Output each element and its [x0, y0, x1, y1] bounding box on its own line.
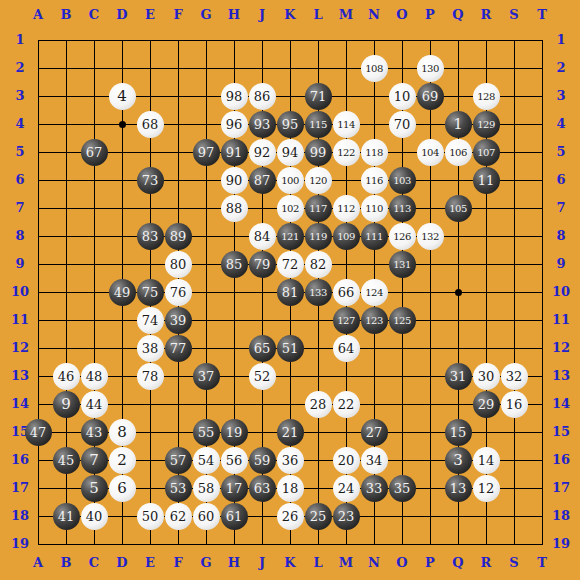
stone-J8-move-84: 84 [249, 223, 276, 250]
row-label-right-4: 4 [547, 116, 575, 132]
stone-O6-move-103: 103 [389, 167, 416, 194]
row-label-left-1: 1 [6, 32, 34, 48]
stone-A15-move-47: 47 [25, 419, 52, 446]
stone-N10-move-124: 124 [361, 279, 388, 306]
stone-B14-move-9: 9 [53, 391, 80, 418]
stone-N15-move-27: 27 [361, 419, 388, 446]
col-label-top-B: B [52, 7, 80, 23]
col-label-top-H: H [220, 7, 248, 23]
col-label-top-T: T [528, 7, 556, 23]
row-label-left-5: 5 [6, 144, 34, 160]
col-label-bottom-A: A [24, 555, 52, 571]
row-label-left-14: 14 [6, 396, 34, 412]
row-label-right-13: 13 [547, 368, 575, 384]
stone-G15-move-55: 55 [193, 419, 220, 446]
col-label-bottom-S: S [500, 555, 528, 571]
stone-J16-move-59: 59 [249, 447, 276, 474]
stone-N8-move-111: 111 [361, 223, 388, 250]
stone-K12-move-51: 51 [277, 335, 304, 362]
stone-J13-move-52: 52 [249, 363, 276, 390]
row-label-right-15: 15 [547, 424, 575, 440]
stone-G5-move-97: 97 [193, 139, 220, 166]
stone-B18-move-41: 41 [53, 503, 80, 530]
stone-K6-move-100: 100 [277, 167, 304, 194]
row-label-right-16: 16 [547, 452, 575, 468]
stone-E12-move-38: 38 [137, 335, 164, 362]
stone-F10-move-76: 76 [165, 279, 192, 306]
stone-M16-move-20: 20 [333, 447, 360, 474]
stone-F16-move-57: 57 [165, 447, 192, 474]
col-label-bottom-F: F [164, 555, 192, 571]
row-label-right-3: 3 [547, 88, 575, 104]
row-label-right-2: 2 [547, 60, 575, 76]
stone-C15-move-43: 43 [81, 419, 108, 446]
stone-G16-move-54: 54 [193, 447, 220, 474]
stone-J12-move-65: 65 [249, 335, 276, 362]
stone-Q4-move-1: 1 [445, 111, 472, 138]
row-label-right-6: 6 [547, 172, 575, 188]
stone-L10-move-133: 133 [305, 279, 332, 306]
row-label-right-11: 11 [547, 312, 575, 328]
row-label-right-12: 12 [547, 340, 575, 356]
stone-N17-move-33: 33 [361, 475, 388, 502]
stone-O4-move-70: 70 [389, 111, 416, 138]
stone-H16-move-56: 56 [221, 447, 248, 474]
stone-P5-move-104: 104 [417, 139, 444, 166]
stone-R3-move-128: 128 [473, 83, 500, 110]
stone-F8-move-89: 89 [165, 223, 192, 250]
stone-H9-move-85: 85 [221, 251, 248, 278]
stone-E18-move-50: 50 [137, 503, 164, 530]
stone-R14-move-29: 29 [473, 391, 500, 418]
stone-M8-move-109: 109 [333, 223, 360, 250]
stone-M10-move-66: 66 [333, 279, 360, 306]
stone-M4-move-114: 114 [333, 111, 360, 138]
stone-M17-move-24: 24 [333, 475, 360, 502]
stone-K5-move-94: 94 [277, 139, 304, 166]
stone-K9-move-72: 72 [277, 251, 304, 278]
stone-M14-move-22: 22 [333, 391, 360, 418]
stone-E8-move-83: 83 [137, 223, 164, 250]
stone-L5-move-99: 99 [305, 139, 332, 166]
row-label-right-1: 1 [547, 32, 575, 48]
stone-K15-move-21: 21 [277, 419, 304, 446]
stone-M12-move-64: 64 [333, 335, 360, 362]
stone-Q16-move-3: 3 [445, 447, 472, 474]
stone-G13-move-37: 37 [193, 363, 220, 390]
stone-H7-move-88: 88 [221, 195, 248, 222]
star-point-Q10 [455, 289, 462, 296]
stone-M5-move-122: 122 [333, 139, 360, 166]
stone-K4-move-95: 95 [277, 111, 304, 138]
col-label-bottom-E: E [136, 555, 164, 571]
stone-Q17-move-13: 13 [445, 475, 472, 502]
col-label-top-G: G [192, 7, 220, 23]
stone-J3-move-86: 86 [249, 83, 276, 110]
col-label-top-M: M [332, 7, 360, 23]
stone-B13-move-46: 46 [53, 363, 80, 390]
col-label-top-P: P [416, 7, 444, 23]
stone-P2-move-130: 130 [417, 55, 444, 82]
col-label-bottom-H: H [220, 555, 248, 571]
row-label-left-3: 3 [6, 88, 34, 104]
star-point-D4 [119, 121, 126, 128]
stone-M18-move-23: 23 [333, 503, 360, 530]
stone-H18-move-61: 61 [221, 503, 248, 530]
stone-F9-move-80: 80 [165, 251, 192, 278]
stone-H4-move-96: 96 [221, 111, 248, 138]
col-label-top-J: J [248, 7, 276, 23]
stone-O3-move-10: 10 [389, 83, 416, 110]
stone-O8-move-126: 126 [389, 223, 416, 250]
stone-E4-move-68: 68 [137, 111, 164, 138]
col-label-bottom-L: L [304, 555, 332, 571]
row-label-right-14: 14 [547, 396, 575, 412]
row-label-left-7: 7 [6, 200, 34, 216]
col-label-bottom-T: T [528, 555, 556, 571]
stone-N5-move-118: 118 [361, 139, 388, 166]
stone-K17-move-18: 18 [277, 475, 304, 502]
row-label-left-2: 2 [6, 60, 34, 76]
stone-L9-move-82: 82 [305, 251, 332, 278]
col-label-top-A: A [24, 7, 52, 23]
stone-O7-move-113: 113 [389, 195, 416, 222]
col-label-bottom-N: N [360, 555, 388, 571]
row-label-right-5: 5 [547, 144, 575, 160]
stone-N11-move-123: 123 [361, 307, 388, 334]
stone-Q15-move-15: 15 [445, 419, 472, 446]
stone-C18-move-40: 40 [81, 503, 108, 530]
stone-G18-move-60: 60 [193, 503, 220, 530]
stone-O17-move-35: 35 [389, 475, 416, 502]
stone-L6-move-120: 120 [305, 167, 332, 194]
row-label-right-8: 8 [547, 228, 575, 244]
stone-L3-move-71: 71 [305, 83, 332, 110]
col-label-bottom-Q: Q [444, 555, 472, 571]
stone-H15-move-19: 19 [221, 419, 248, 446]
col-label-top-R: R [472, 7, 500, 23]
col-label-bottom-C: C [80, 555, 108, 571]
stone-E11-move-74: 74 [137, 307, 164, 334]
stone-E13-move-78: 78 [137, 363, 164, 390]
stone-R6-move-11: 11 [473, 167, 500, 194]
stone-M7-move-112: 112 [333, 195, 360, 222]
col-label-top-Q: Q [444, 7, 472, 23]
go-board: AABBCCDDEEFFGGHHJJKKLLMMNNOOPPQQRRSSTT11… [0, 0, 580, 580]
col-label-bottom-K: K [276, 555, 304, 571]
row-label-left-12: 12 [6, 340, 34, 356]
col-label-top-F: F [164, 7, 192, 23]
stone-Q7-move-105: 105 [445, 195, 472, 222]
col-label-top-O: O [388, 7, 416, 23]
col-label-top-S: S [500, 7, 528, 23]
stone-D17-move-6: 6 [109, 475, 136, 502]
stone-K10-move-81: 81 [277, 279, 304, 306]
row-label-left-6: 6 [6, 172, 34, 188]
stone-D16-move-2: 2 [109, 447, 136, 474]
row-label-right-9: 9 [547, 256, 575, 272]
row-label-left-19: 19 [6, 536, 34, 552]
stone-P8-move-132: 132 [417, 223, 444, 250]
stone-O11-move-125: 125 [389, 307, 416, 334]
stone-C14-move-44: 44 [81, 391, 108, 418]
stone-C5-move-67: 67 [81, 139, 108, 166]
stone-K8-move-121: 121 [277, 223, 304, 250]
stone-R4-move-129: 129 [473, 111, 500, 138]
col-label-bottom-G: G [192, 555, 220, 571]
stone-C16-move-7: 7 [81, 447, 108, 474]
stone-R17-move-12: 12 [473, 475, 500, 502]
stone-H6-move-90: 90 [221, 167, 248, 194]
row-label-right-10: 10 [547, 284, 575, 300]
stone-B16-move-45: 45 [53, 447, 80, 474]
stone-Q5-move-106: 106 [445, 139, 472, 166]
stone-N7-move-110: 110 [361, 195, 388, 222]
row-label-left-8: 8 [6, 228, 34, 244]
stone-S13-move-32: 32 [501, 363, 528, 390]
stone-P3-move-69: 69 [417, 83, 444, 110]
stone-D3-move-4: 4 [109, 83, 136, 110]
row-label-left-10: 10 [6, 284, 34, 300]
col-label-top-L: L [304, 7, 332, 23]
col-label-bottom-B: B [52, 555, 80, 571]
col-label-bottom-O: O [388, 555, 416, 571]
row-label-right-19: 19 [547, 536, 575, 552]
col-label-bottom-M: M [332, 555, 360, 571]
stone-D10-move-49: 49 [109, 279, 136, 306]
col-label-top-D: D [108, 7, 136, 23]
stone-K7-move-102: 102 [277, 195, 304, 222]
stone-L4-move-115: 115 [305, 111, 332, 138]
row-label-right-17: 17 [547, 480, 575, 496]
col-label-top-K: K [276, 7, 304, 23]
stone-H17-move-17: 17 [221, 475, 248, 502]
stone-R13-move-30: 30 [473, 363, 500, 390]
stone-F11-move-39: 39 [165, 307, 192, 334]
col-label-top-N: N [360, 7, 388, 23]
stone-J17-move-63: 63 [249, 475, 276, 502]
stone-J6-move-87: 87 [249, 167, 276, 194]
row-label-left-13: 13 [6, 368, 34, 384]
stone-J5-move-92: 92 [249, 139, 276, 166]
stone-N6-move-116: 116 [361, 167, 388, 194]
row-label-left-9: 9 [6, 256, 34, 272]
stone-C17-move-5: 5 [81, 475, 108, 502]
row-label-right-18: 18 [547, 508, 575, 524]
stone-L8-move-119: 119 [305, 223, 332, 250]
row-label-left-11: 11 [6, 312, 34, 328]
stone-F12-move-77: 77 [165, 335, 192, 362]
stone-J4-move-93: 93 [249, 111, 276, 138]
stone-L7-move-117: 117 [305, 195, 332, 222]
stone-E10-move-75: 75 [137, 279, 164, 306]
row-label-left-18: 18 [6, 508, 34, 524]
stone-G17-move-58: 58 [193, 475, 220, 502]
row-label-left-4: 4 [6, 116, 34, 132]
stone-N16-move-34: 34 [361, 447, 388, 474]
stone-O9-move-131: 131 [389, 251, 416, 278]
stone-F18-move-62: 62 [165, 503, 192, 530]
col-label-top-C: C [80, 7, 108, 23]
stone-K18-move-26: 26 [277, 503, 304, 530]
stone-C13-move-48: 48 [81, 363, 108, 390]
stone-K16-move-36: 36 [277, 447, 304, 474]
stone-J9-move-79: 79 [249, 251, 276, 278]
row-label-left-16: 16 [6, 452, 34, 468]
stone-R5-move-107: 107 [473, 139, 500, 166]
row-label-left-17: 17 [6, 480, 34, 496]
stone-L18-move-25: 25 [305, 503, 332, 530]
stone-M11-move-127: 127 [333, 307, 360, 334]
stone-L14-move-28: 28 [305, 391, 332, 418]
col-label-bottom-P: P [416, 555, 444, 571]
col-label-top-E: E [136, 7, 164, 23]
stone-D15-move-8: 8 [109, 419, 136, 446]
stone-H5-move-91: 91 [221, 139, 248, 166]
stone-Q13-move-31: 31 [445, 363, 472, 390]
col-label-bottom-J: J [248, 555, 276, 571]
row-label-right-7: 7 [547, 200, 575, 216]
stone-N2-move-108: 108 [361, 55, 388, 82]
stone-F17-move-53: 53 [165, 475, 192, 502]
col-label-bottom-D: D [108, 555, 136, 571]
stone-E6-move-73: 73 [137, 167, 164, 194]
stone-S14-move-16: 16 [501, 391, 528, 418]
stone-R16-move-14: 14 [473, 447, 500, 474]
col-label-bottom-R: R [472, 555, 500, 571]
stone-H3-move-98: 98 [221, 83, 248, 110]
